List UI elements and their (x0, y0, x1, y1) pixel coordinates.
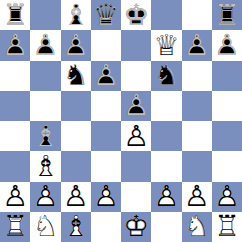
white-pawn-icon: ♟ (121, 121, 151, 151)
black-queen-icon: ♛ (91, 0, 121, 30)
black-rook-outline-icon: ♖ (0, 0, 30, 30)
white-pawn-outline-icon: ♙ (182, 182, 212, 212)
piece-white-bishop[interactable]: ♝♗ (30, 151, 60, 181)
square-a8[interactable]: ♜♖ (0, 0, 30, 30)
square-d3[interactable] (91, 151, 121, 181)
square-h4[interactable] (212, 121, 242, 151)
black-bishop-outline-icon: ♗ (30, 121, 60, 151)
square-c3[interactable] (61, 151, 91, 181)
piece-white-pawn[interactable]: ♟♙ (61, 182, 91, 212)
white-pawn-outline-icon: ♙ (0, 182, 30, 212)
square-f4[interactable] (151, 121, 181, 151)
square-g5[interactable] (182, 91, 212, 121)
square-e5[interactable]: ♟♙ (121, 91, 151, 121)
piece-black-bishop[interactable]: ♝♗ (61, 0, 91, 30)
square-h1[interactable]: ♜♖ (212, 212, 242, 242)
black-rook-icon: ♜ (212, 0, 242, 30)
square-d6[interactable]: ♟♙ (91, 61, 121, 91)
square-g8[interactable] (182, 0, 212, 30)
piece-black-pawn[interactable]: ♟♙ (212, 30, 242, 60)
piece-white-rook[interactable]: ♜♖ (0, 212, 30, 242)
square-g7[interactable]: ♟♙ (182, 30, 212, 60)
black-pawn-outline-icon: ♙ (121, 91, 151, 121)
piece-white-pawn[interactable]: ♟♙ (182, 182, 212, 212)
square-e2[interactable] (121, 182, 151, 212)
black-pawn-outline-icon: ♙ (0, 30, 30, 60)
piece-white-king[interactable]: ♚♔ (121, 212, 151, 242)
square-h8[interactable]: ♜♖ (212, 0, 242, 30)
white-pawn-outline-icon: ♙ (151, 182, 181, 212)
white-pawn-icon: ♟ (61, 182, 91, 212)
white-king-outline-icon: ♔ (121, 212, 151, 242)
black-king-icon: ♚ (121, 0, 151, 30)
white-pawn-icon: ♟ (212, 182, 242, 212)
piece-black-pawn[interactable]: ♟♙ (91, 61, 121, 91)
square-h3[interactable] (212, 151, 242, 181)
square-f5[interactable] (151, 91, 181, 121)
white-queen-icon: ♛ (151, 30, 181, 60)
square-f7[interactable]: ♛♕ (151, 30, 181, 60)
piece-white-pawn[interactable]: ♟♙ (151, 182, 181, 212)
piece-white-pawn[interactable]: ♟♙ (212, 182, 242, 212)
square-g3[interactable] (182, 151, 212, 181)
white-knight-icon: ♞ (182, 212, 212, 242)
black-queen-outline-icon: ♕ (91, 0, 121, 30)
white-bishop-icon: ♝ (30, 151, 60, 181)
black-pawn-icon: ♟ (0, 30, 30, 60)
black-pawn-outline-icon: ♙ (182, 30, 212, 60)
square-e8[interactable]: ♚♔ (121, 0, 151, 30)
square-c4[interactable] (61, 121, 91, 151)
square-f3[interactable] (151, 151, 181, 181)
square-a5[interactable] (0, 91, 30, 121)
square-h2[interactable]: ♟♙ (212, 182, 242, 212)
piece-white-pawn[interactable]: ♟♙ (30, 182, 60, 212)
square-e4[interactable]: ♟♙ (121, 121, 151, 151)
square-d4[interactable] (91, 121, 121, 151)
square-b5[interactable] (30, 91, 60, 121)
black-pawn-outline-icon: ♙ (212, 30, 242, 60)
square-b8[interactable] (30, 0, 60, 30)
piece-white-pawn[interactable]: ♟♙ (0, 182, 30, 212)
square-d2[interactable]: ♟♙ (91, 182, 121, 212)
piece-black-knight[interactable]: ♞♘ (151, 61, 181, 91)
piece-white-rook[interactable]: ♜♖ (212, 212, 242, 242)
white-pawn-outline-icon: ♙ (212, 182, 242, 212)
square-c8[interactable]: ♝♗ (61, 0, 91, 30)
square-e1[interactable]: ♚♔ (121, 212, 151, 242)
white-pawn-icon: ♟ (151, 182, 181, 212)
white-knight-outline-icon: ♘ (30, 212, 60, 242)
black-knight-outline-icon: ♘ (61, 61, 91, 91)
piece-black-rook[interactable]: ♜♖ (0, 0, 30, 30)
square-c1[interactable]: ♝♗ (61, 212, 91, 242)
white-bishop-icon: ♝ (61, 212, 91, 242)
square-f6[interactable]: ♞♘ (151, 61, 181, 91)
white-pawn-icon: ♟ (182, 182, 212, 212)
black-pawn-icon: ♟ (121, 91, 151, 121)
piece-black-knight[interactable]: ♞♘ (61, 61, 91, 91)
square-d1[interactable] (91, 212, 121, 242)
black-king-outline-icon: ♔ (121, 0, 151, 30)
piece-black-pawn[interactable]: ♟♙ (121, 91, 151, 121)
white-rook-icon: ♜ (212, 212, 242, 242)
white-bishop-outline-icon: ♗ (61, 212, 91, 242)
square-b3[interactable]: ♝♗ (30, 151, 60, 181)
square-d8[interactable]: ♛♕ (91, 0, 121, 30)
square-h7[interactable]: ♟♙ (212, 30, 242, 60)
black-bishop-icon: ♝ (61, 0, 91, 30)
piece-black-pawn[interactable]: ♟♙ (182, 30, 212, 60)
square-e6[interactable] (121, 61, 151, 91)
piece-black-pawn[interactable]: ♟♙ (0, 30, 30, 60)
piece-white-knight[interactable]: ♞♘ (30, 212, 60, 242)
square-a3[interactable] (0, 151, 30, 181)
square-e3[interactable] (121, 151, 151, 181)
square-b1[interactable]: ♞♘ (30, 212, 60, 242)
black-rook-outline-icon: ♖ (212, 0, 242, 30)
black-knight-icon: ♞ (151, 61, 181, 91)
white-pawn-outline-icon: ♙ (30, 182, 60, 212)
square-a4[interactable] (0, 121, 30, 151)
black-pawn-icon: ♟ (182, 30, 212, 60)
square-c2[interactable]: ♟♙ (61, 182, 91, 212)
piece-white-pawn[interactable]: ♟♙ (91, 182, 121, 212)
piece-black-rook[interactable]: ♜♖ (212, 0, 242, 30)
square-c5[interactable] (61, 91, 91, 121)
black-pawn-outline-icon: ♙ (61, 30, 91, 60)
white-pawn-icon: ♟ (0, 182, 30, 212)
white-pawn-icon: ♟ (30, 182, 60, 212)
square-f8[interactable] (151, 0, 181, 30)
white-rook-outline-icon: ♖ (212, 212, 242, 242)
piece-black-pawn[interactable]: ♟♙ (30, 30, 60, 60)
square-h5[interactable] (212, 91, 242, 121)
black-bishop-outline-icon: ♗ (61, 0, 91, 30)
white-rook-icon: ♜ (0, 212, 30, 242)
piece-white-pawn[interactable]: ♟♙ (121, 121, 151, 151)
white-knight-outline-icon: ♘ (182, 212, 212, 242)
square-f2[interactable]: ♟♙ (151, 182, 181, 212)
white-pawn-icon: ♟ (91, 182, 121, 212)
piece-black-queen[interactable]: ♛♕ (91, 0, 121, 30)
square-a6[interactable] (0, 61, 30, 91)
black-pawn-icon: ♟ (61, 30, 91, 60)
square-c6[interactable]: ♞♘ (61, 61, 91, 91)
square-f1[interactable] (151, 212, 181, 242)
square-h6[interactable] (212, 61, 242, 91)
black-pawn-outline-icon: ♙ (91, 61, 121, 91)
piece-black-pawn[interactable]: ♟♙ (61, 30, 91, 60)
piece-white-queen[interactable]: ♛♕ (151, 30, 181, 60)
black-pawn-outline-icon: ♙ (30, 30, 60, 60)
piece-white-knight[interactable]: ♞♘ (182, 212, 212, 242)
black-pawn-icon: ♟ (91, 61, 121, 91)
square-g4[interactable] (182, 121, 212, 151)
black-knight-outline-icon: ♘ (151, 61, 181, 91)
square-b4[interactable]: ♝♗ (30, 121, 60, 151)
black-rook-icon: ♜ (0, 0, 30, 30)
piece-black-bishop[interactable]: ♝♗ (30, 121, 60, 151)
square-d5[interactable] (91, 91, 121, 121)
chess-board: ♜♖♝♗♛♕♚♔♜♖♟♙♟♙♟♙♛♕♟♙♟♙♞♘♟♙♞♘♟♙♝♗♟♙♝♗♟♙♟♙… (0, 0, 242, 242)
black-pawn-icon: ♟ (212, 30, 242, 60)
square-g6[interactable] (182, 61, 212, 91)
black-knight-icon: ♞ (61, 61, 91, 91)
square-b2[interactable]: ♟♙ (30, 182, 60, 212)
white-pawn-outline-icon: ♙ (121, 121, 151, 151)
black-pawn-icon: ♟ (30, 30, 60, 60)
piece-black-king[interactable]: ♚♔ (121, 0, 151, 30)
white-king-icon: ♚ (121, 212, 151, 242)
black-bishop-icon: ♝ (30, 121, 60, 151)
white-knight-icon: ♞ (30, 212, 60, 242)
white-queen-outline-icon: ♕ (151, 30, 181, 60)
piece-white-bishop[interactable]: ♝♗ (61, 212, 91, 242)
square-g1[interactable]: ♞♘ (182, 212, 212, 242)
white-pawn-outline-icon: ♙ (61, 182, 91, 212)
square-b7[interactable]: ♟♙ (30, 30, 60, 60)
square-a7[interactable]: ♟♙ (0, 30, 30, 60)
square-b6[interactable] (30, 61, 60, 91)
square-a1[interactable]: ♜♖ (0, 212, 30, 242)
square-e7[interactable] (121, 30, 151, 60)
square-g2[interactable]: ♟♙ (182, 182, 212, 212)
white-rook-outline-icon: ♖ (0, 212, 30, 242)
square-a2[interactable]: ♟♙ (0, 182, 30, 212)
white-bishop-outline-icon: ♗ (30, 151, 60, 181)
square-d7[interactable] (91, 30, 121, 60)
square-c7[interactable]: ♟♙ (61, 30, 91, 60)
white-pawn-outline-icon: ♙ (91, 182, 121, 212)
